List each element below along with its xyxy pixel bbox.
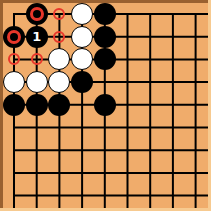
black-stone xyxy=(94,3,116,25)
stones-layer: 1 xyxy=(0,0,211,211)
white-stone xyxy=(3,71,25,93)
white-stone xyxy=(48,48,70,70)
black-stone xyxy=(94,48,116,70)
red-circle-marker-on-stone xyxy=(30,7,44,21)
red-circle-marker-on-empty xyxy=(53,31,65,43)
black-stone xyxy=(71,71,93,93)
black-stone xyxy=(94,26,116,48)
red-circle-marker-on-stone xyxy=(7,30,21,44)
board-edge-right xyxy=(208,0,211,211)
board-edge-bottom xyxy=(0,208,211,211)
white-stone xyxy=(71,3,93,25)
white-stone xyxy=(26,71,48,93)
go-board: 1 xyxy=(0,0,211,211)
white-stone xyxy=(71,26,93,48)
move-1-label: 1 xyxy=(26,26,48,48)
red-circle-marker-on-empty xyxy=(8,53,20,65)
white-stone xyxy=(71,48,93,70)
white-stone xyxy=(48,71,70,93)
black-stone xyxy=(3,94,25,116)
black-stone xyxy=(94,94,116,116)
red-circle-marker-on-empty xyxy=(31,53,43,65)
red-circle-marker-on-empty xyxy=(53,8,65,20)
black-stone xyxy=(26,94,48,116)
black-stone xyxy=(48,94,70,116)
